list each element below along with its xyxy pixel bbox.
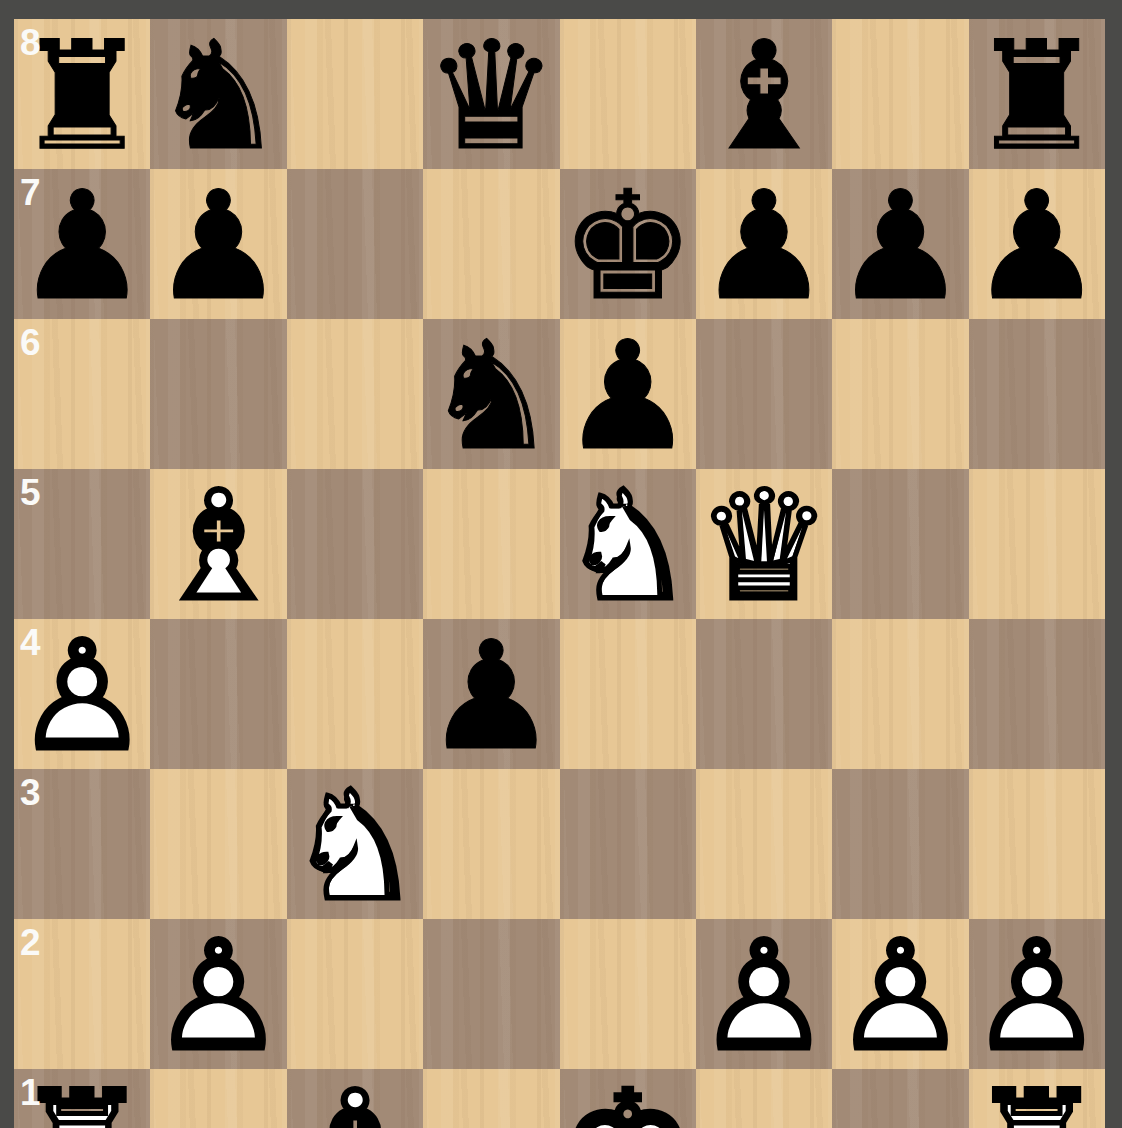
board-frame: 8♜♞♛♝♜7♟♟♚♟♟♟6♞♟5♝♞♛4♟♟3♞2♟♟♟♟1A♜BC♝DE♚F…	[0, 0, 1122, 1128]
square-e3[interactable]	[560, 769, 696, 919]
square-a3[interactable]: 3	[14, 769, 150, 919]
square-b8[interactable]: ♞	[150, 19, 286, 169]
piece-white-pawn[interactable]: ♟	[15, 621, 149, 771]
square-a1[interactable]: 1A♜	[14, 1069, 150, 1128]
square-c3[interactable]: ♞	[287, 769, 423, 919]
piece-black-pawn[interactable]: ♟	[15, 171, 149, 321]
piece-black-rook[interactable]: ♜	[15, 21, 149, 171]
square-b7[interactable]: ♟	[150, 169, 286, 319]
square-c2[interactable]	[287, 919, 423, 1069]
square-d6[interactable]: ♞	[423, 319, 559, 469]
piece-black-pawn[interactable]: ♟	[424, 621, 558, 771]
square-h3[interactable]	[969, 769, 1105, 919]
piece-white-king[interactable]: ♚	[560, 1071, 694, 1128]
piece-black-pawn[interactable]: ♟	[697, 171, 831, 321]
square-h6[interactable]	[969, 319, 1105, 469]
square-e7[interactable]: ♚	[560, 169, 696, 319]
piece-white-knight[interactable]: ♞	[288, 771, 422, 921]
square-d2[interactable]	[423, 919, 559, 1069]
square-a5[interactable]: 5	[14, 469, 150, 619]
square-c5[interactable]	[287, 469, 423, 619]
square-h1[interactable]: H♜	[969, 1069, 1105, 1128]
square-f2[interactable]: ♟	[696, 919, 832, 1069]
square-g3[interactable]	[832, 769, 968, 919]
square-f5[interactable]: ♛	[696, 469, 832, 619]
piece-white-queen[interactable]: ♛	[697, 471, 831, 621]
piece-black-queen[interactable]: ♛	[424, 21, 558, 171]
piece-white-pawn[interactable]: ♟	[833, 921, 967, 1071]
square-h4[interactable]	[969, 619, 1105, 769]
piece-white-rook[interactable]: ♜	[970, 1071, 1104, 1128]
piece-black-pawn[interactable]: ♟	[833, 171, 967, 321]
square-c7[interactable]	[287, 169, 423, 319]
piece-black-knight[interactable]: ♞	[424, 321, 558, 471]
square-b4[interactable]	[150, 619, 286, 769]
square-c4[interactable]	[287, 619, 423, 769]
piece-white-bishop[interactable]: ♝	[288, 1071, 422, 1128]
square-a2[interactable]: 2	[14, 919, 150, 1069]
square-a7[interactable]: 7♟	[14, 169, 150, 319]
square-f4[interactable]	[696, 619, 832, 769]
square-c8[interactable]	[287, 19, 423, 169]
square-h7[interactable]: ♟	[969, 169, 1105, 319]
piece-white-pawn[interactable]: ♟	[151, 921, 285, 1071]
square-g2[interactable]: ♟	[832, 919, 968, 1069]
square-g4[interactable]	[832, 619, 968, 769]
square-d1[interactable]: D	[423, 1069, 559, 1128]
square-f7[interactable]: ♟	[696, 169, 832, 319]
rank-label-5: 5	[20, 474, 41, 511]
square-d3[interactable]	[423, 769, 559, 919]
chess-board: 8♜♞♛♝♜7♟♟♚♟♟♟6♞♟5♝♞♛4♟♟3♞2♟♟♟♟1A♜BC♝DE♚F…	[14, 19, 1105, 1107]
square-e2[interactable]	[560, 919, 696, 1069]
piece-white-knight[interactable]: ♞	[560, 471, 694, 621]
square-f6[interactable]	[696, 319, 832, 469]
square-a6[interactable]: 6	[14, 319, 150, 469]
piece-black-king[interactable]: ♚	[560, 171, 694, 321]
square-b5[interactable]: ♝	[150, 469, 286, 619]
square-f3[interactable]	[696, 769, 832, 919]
square-e1[interactable]: E♚	[560, 1069, 696, 1128]
square-c6[interactable]	[287, 319, 423, 469]
rank-label-2: 2	[20, 924, 41, 961]
square-d4[interactable]: ♟	[423, 619, 559, 769]
square-h5[interactable]	[969, 469, 1105, 619]
piece-white-bishop[interactable]: ♝	[151, 471, 285, 621]
square-e4[interactable]	[560, 619, 696, 769]
piece-white-pawn[interactable]: ♟	[697, 921, 831, 1071]
piece-white-pawn[interactable]: ♟	[970, 921, 1104, 1071]
piece-black-bishop[interactable]: ♝	[697, 21, 831, 171]
square-d5[interactable]	[423, 469, 559, 619]
square-g5[interactable]	[832, 469, 968, 619]
square-a4[interactable]: 4♟	[14, 619, 150, 769]
piece-black-knight[interactable]: ♞	[151, 21, 285, 171]
square-d7[interactable]	[423, 169, 559, 319]
square-b6[interactable]	[150, 319, 286, 469]
square-h8[interactable]: ♜	[969, 19, 1105, 169]
square-g8[interactable]	[832, 19, 968, 169]
piece-black-rook[interactable]: ♜	[970, 21, 1104, 171]
piece-black-pawn[interactable]: ♟	[970, 171, 1104, 321]
square-e6[interactable]: ♟	[560, 319, 696, 469]
piece-white-rook[interactable]: ♜	[15, 1071, 149, 1128]
piece-black-pawn[interactable]: ♟	[151, 171, 285, 321]
square-h2[interactable]: ♟	[969, 919, 1105, 1069]
square-d8[interactable]: ♛	[423, 19, 559, 169]
square-b2[interactable]: ♟	[150, 919, 286, 1069]
square-f8[interactable]: ♝	[696, 19, 832, 169]
piece-black-pawn[interactable]: ♟	[560, 321, 694, 471]
square-e5[interactable]: ♞	[560, 469, 696, 619]
square-c1[interactable]: C♝	[287, 1069, 423, 1128]
square-g6[interactable]	[832, 319, 968, 469]
square-a8[interactable]: 8♜	[14, 19, 150, 169]
square-b3[interactable]	[150, 769, 286, 919]
square-g7[interactable]: ♟	[832, 169, 968, 319]
square-e8[interactable]	[560, 19, 696, 169]
